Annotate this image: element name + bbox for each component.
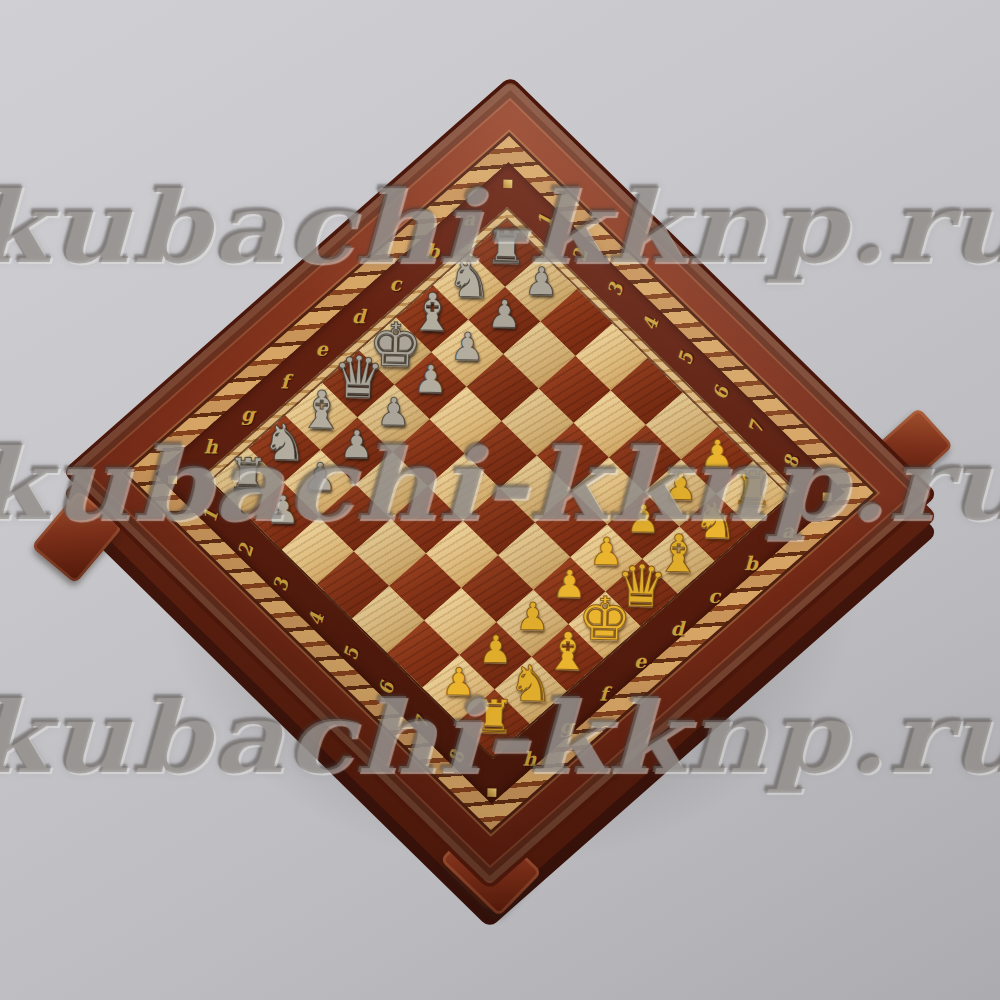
file-label-h-top-left-edge: h: [199, 434, 224, 459]
file-label-g-top-left-edge: g: [236, 401, 261, 426]
gold-diamond-inlay-1: [503, 180, 512, 189]
file-label-e-top-left-edge: e: [310, 336, 335, 361]
rank-label-1-bottom-left-edge: 1: [194, 501, 225, 529]
inner-maple-trim: ♜♟♟♜♞♟♟♞♝♟♟♝♚♟♟♛♛♟♟♚♝♟♟♝♞♟♟♞♜♟♟♜: [203, 207, 797, 759]
gold-diamond-inlay-3: [168, 475, 177, 484]
gold-diamond-inlay-2: [823, 493, 832, 502]
rank-label-6-top-right-edge: 6: [704, 378, 735, 406]
rank-label-7-top-right-edge: 7: [740, 413, 771, 441]
file-label-f-bottom-right-edge: f: [591, 681, 616, 706]
file-label-a-bottom-right-edge: a: [776, 518, 801, 543]
rank-label-8-top-right-edge: 8: [775, 447, 806, 475]
file-label-d-top-left-edge: d: [347, 304, 372, 329]
file-label-e-bottom-right-edge: e: [628, 648, 653, 673]
rank-label-2-top-right-edge: 2: [564, 240, 595, 268]
file-label-g-bottom-right-edge: g: [555, 714, 580, 739]
file-label-b-top-left-edge: b: [421, 238, 446, 263]
file-label-h-bottom-right-edge: h: [518, 746, 543, 771]
rank-label-5-bottom-left-edge: 5: [335, 639, 366, 667]
file-label-c-top-left-edge: c: [384, 271, 409, 296]
rank-label-3-bottom-left-edge: 3: [264, 570, 295, 598]
rank-label-3-top-right-edge: 3: [599, 275, 630, 303]
rank-label-5-top-right-edge: 5: [669, 344, 700, 372]
rank-label-7-bottom-left-edge: 7: [405, 708, 436, 736]
rank-label-4-top-right-edge: 4: [634, 309, 665, 337]
file-label-d-bottom-right-edge: d: [665, 616, 690, 641]
file-label-b-bottom-right-edge: b: [739, 551, 764, 576]
rank-label-2-bottom-left-edge: 2: [229, 536, 260, 564]
file-label-c-bottom-right-edge: c: [702, 583, 727, 608]
gold-diamond-inlay-4: [487, 788, 496, 797]
rank-label-4-bottom-left-edge: 4: [300, 605, 331, 633]
product-photo-scene: ♜♟♟♜♞♟♟♞♝♟♟♝♚♟♟♛♛♟♟♚♝♟♟♝♞♟♟♞♜♟♟♜ 1122334…: [0, 0, 1000, 1000]
rank-label-1-top-right-edge: 1: [529, 206, 560, 234]
rank-label-8-bottom-left-edge: 8: [440, 742, 471, 770]
file-label-a-top-left-edge: a: [457, 206, 482, 231]
rank-label-6-bottom-left-edge: 6: [370, 673, 401, 701]
gold-rook-h8[interactable]: ♜: [468, 690, 520, 742]
silver-pawn-h2[interactable]: ♟: [257, 483, 309, 535]
playing-field: ♜♟♟♜♞♟♟♞♝♟♟♝♚♟♟♛♛♟♟♚♝♟♟♝♞♟♟♞♜♟♟♜: [211, 220, 788, 756]
file-label-f-top-left-edge: f: [273, 369, 298, 394]
